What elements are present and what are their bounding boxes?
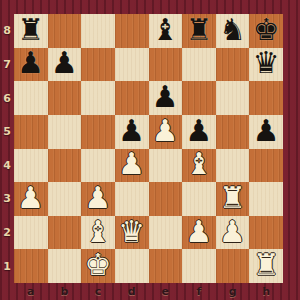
- square-a6[interactable]: [14, 81, 48, 115]
- chess-board-frame: 87654321 ♜♝♜♞♚♟♟♛♟♟♟♟♟♟♝♟♟♜♝♛♟♟♚♜ abcdef…: [0, 0, 300, 300]
- square-g7[interactable]: [216, 48, 250, 82]
- square-f6[interactable]: [182, 81, 216, 115]
- square-b8[interactable]: [48, 14, 82, 48]
- file-label-g: g: [216, 283, 250, 300]
- square-b3[interactable]: [48, 182, 82, 216]
- rank-label-1: 1: [0, 249, 14, 283]
- piece-white-pawn[interactable]: ♟: [185, 217, 212, 247]
- square-d4[interactable]: ♟: [115, 149, 149, 183]
- file-label-a: a: [14, 283, 48, 300]
- square-c7[interactable]: [81, 48, 115, 82]
- piece-white-queen[interactable]: ♛: [118, 217, 145, 247]
- square-c5[interactable]: [81, 115, 115, 149]
- square-c3[interactable]: ♟: [81, 182, 115, 216]
- piece-white-pawn[interactable]: ♟: [152, 116, 179, 146]
- piece-white-pawn[interactable]: ♟: [219, 217, 246, 247]
- square-f1[interactable]: [182, 249, 216, 283]
- square-d2[interactable]: ♛: [115, 216, 149, 250]
- square-f2[interactable]: ♟: [182, 216, 216, 250]
- rank-label-3: 3: [0, 182, 14, 216]
- piece-black-queen[interactable]: ♛: [253, 48, 280, 78]
- square-e8[interactable]: ♝: [149, 14, 183, 48]
- rank-labels: 87654321: [0, 14, 14, 283]
- square-f4[interactable]: ♝: [182, 149, 216, 183]
- square-a3[interactable]: ♟: [14, 182, 48, 216]
- square-d5[interactable]: ♟: [115, 115, 149, 149]
- piece-black-king[interactable]: ♚: [253, 15, 280, 45]
- piece-white-rook[interactable]: ♜: [219, 183, 246, 213]
- square-h1[interactable]: ♜: [249, 249, 283, 283]
- piece-black-bishop[interactable]: ♝: [152, 15, 179, 45]
- square-b4[interactable]: [48, 149, 82, 183]
- square-b7[interactable]: ♟: [48, 48, 82, 82]
- square-f7[interactable]: [182, 48, 216, 82]
- square-a2[interactable]: [14, 216, 48, 250]
- square-e2[interactable]: [149, 216, 183, 250]
- square-b5[interactable]: [48, 115, 82, 149]
- piece-white-pawn[interactable]: ♟: [85, 183, 112, 213]
- square-d1[interactable]: [115, 249, 149, 283]
- piece-white-pawn[interactable]: ♟: [17, 183, 44, 213]
- rank-label-7: 7: [0, 48, 14, 82]
- square-f5[interactable]: ♟: [182, 115, 216, 149]
- piece-white-rook[interactable]: ♜: [253, 250, 280, 280]
- square-e4[interactable]: [149, 149, 183, 183]
- square-h3[interactable]: [249, 182, 283, 216]
- file-label-d: d: [115, 283, 149, 300]
- square-g4[interactable]: [216, 149, 250, 183]
- square-a1[interactable]: [14, 249, 48, 283]
- square-a5[interactable]: [14, 115, 48, 149]
- square-g5[interactable]: [216, 115, 250, 149]
- piece-white-bishop[interactable]: ♝: [85, 217, 112, 247]
- square-h7[interactable]: ♛: [249, 48, 283, 82]
- square-d8[interactable]: [115, 14, 149, 48]
- square-d3[interactable]: [115, 182, 149, 216]
- square-a4[interactable]: [14, 149, 48, 183]
- square-c2[interactable]: ♝: [81, 216, 115, 250]
- file-label-b: b: [48, 283, 82, 300]
- square-d6[interactable]: [115, 81, 149, 115]
- square-g6[interactable]: [216, 81, 250, 115]
- square-a8[interactable]: ♜: [14, 14, 48, 48]
- square-c1[interactable]: ♚: [81, 249, 115, 283]
- rank-label-8: 8: [0, 14, 14, 48]
- square-e1[interactable]: [149, 249, 183, 283]
- piece-black-knight[interactable]: ♞: [219, 15, 246, 45]
- square-c4[interactable]: [81, 149, 115, 183]
- piece-white-bishop[interactable]: ♝: [185, 149, 212, 179]
- square-h5[interactable]: ♟: [249, 115, 283, 149]
- piece-black-pawn[interactable]: ♟: [253, 116, 280, 146]
- square-g3[interactable]: ♜: [216, 182, 250, 216]
- square-e5[interactable]: ♟: [149, 115, 183, 149]
- square-e6[interactable]: ♟: [149, 81, 183, 115]
- file-label-c: c: [81, 283, 115, 300]
- square-b2[interactable]: [48, 216, 82, 250]
- square-b1[interactable]: [48, 249, 82, 283]
- piece-black-pawn[interactable]: ♟: [17, 48, 44, 78]
- rank-label-4: 4: [0, 149, 14, 183]
- square-d7[interactable]: [115, 48, 149, 82]
- square-f3[interactable]: [182, 182, 216, 216]
- square-e7[interactable]: [149, 48, 183, 82]
- square-f8[interactable]: ♜: [182, 14, 216, 48]
- piece-black-rook[interactable]: ♜: [17, 15, 44, 45]
- file-label-f: f: [182, 283, 216, 300]
- piece-white-pawn[interactable]: ♟: [118, 149, 145, 179]
- square-c8[interactable]: [81, 14, 115, 48]
- square-g2[interactable]: ♟: [216, 216, 250, 250]
- square-h2[interactable]: [249, 216, 283, 250]
- square-b6[interactable]: [48, 81, 82, 115]
- square-c6[interactable]: [81, 81, 115, 115]
- file-label-e: e: [149, 283, 183, 300]
- piece-black-rook[interactable]: ♜: [185, 15, 212, 45]
- square-h6[interactable]: [249, 81, 283, 115]
- file-labels: abcdefgh: [14, 283, 283, 300]
- piece-black-pawn[interactable]: ♟: [185, 116, 212, 146]
- piece-white-king[interactable]: ♚: [85, 250, 112, 280]
- file-label-h: h: [249, 283, 283, 300]
- square-a7[interactable]: ♟: [14, 48, 48, 82]
- square-g8[interactable]: ♞: [216, 14, 250, 48]
- rank-label-6: 6: [0, 81, 14, 115]
- piece-black-pawn[interactable]: ♟: [152, 82, 179, 112]
- piece-black-pawn[interactable]: ♟: [51, 48, 78, 78]
- square-h4[interactable]: [249, 149, 283, 183]
- chess-board: ♜♝♜♞♚♟♟♛♟♟♟♟♟♟♝♟♟♜♝♛♟♟♚♜: [14, 14, 283, 283]
- rank-label-5: 5: [0, 115, 14, 149]
- rank-label-2: 2: [0, 216, 14, 250]
- square-e3[interactable]: [149, 182, 183, 216]
- square-h8[interactable]: ♚: [249, 14, 283, 48]
- piece-black-pawn[interactable]: ♟: [118, 116, 145, 146]
- square-g1[interactable]: [216, 249, 250, 283]
